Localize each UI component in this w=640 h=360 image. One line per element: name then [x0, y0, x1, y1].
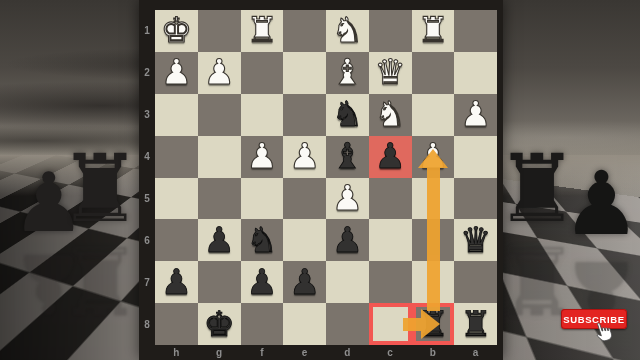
- rank-label-3: 3: [141, 94, 153, 136]
- rank-label-5: 5: [141, 178, 153, 220]
- rank-label-4: 4: [141, 136, 153, 178]
- background-rook-left-reflection: ♜: [58, 232, 142, 326]
- rank-label-6: 6: [141, 219, 153, 261]
- white-pawn-a3: ♟: [454, 94, 497, 136]
- square-h3: [155, 94, 198, 136]
- rank-label-8: 8: [141, 303, 153, 345]
- square-g3: [198, 94, 241, 136]
- rank-label-2: 2: [141, 52, 153, 94]
- background-rook-left-icon: ♜: [58, 142, 142, 236]
- square-e3: [283, 94, 326, 136]
- square-c6: [369, 219, 412, 261]
- square-a7: [454, 261, 497, 303]
- rank-label-1: 1: [141, 10, 153, 52]
- black-pawn-e7: ♟: [283, 261, 326, 303]
- white-knight-c3: ♞: [369, 94, 412, 136]
- white-rook-f1: ♜: [241, 10, 284, 52]
- square-h6: [155, 219, 198, 261]
- square-b3: [412, 94, 455, 136]
- black-rook-a8: ♜: [454, 303, 497, 345]
- file-label-b: b: [412, 345, 455, 359]
- square-f3: [241, 94, 284, 136]
- black-bishop-d4: ♝: [326, 136, 369, 178]
- square-e6: [283, 219, 326, 261]
- square-g7: [198, 261, 241, 303]
- square-e8: [283, 303, 326, 345]
- square-c1: [369, 10, 412, 52]
- white-queen-c2: ♛: [369, 52, 412, 94]
- square-a4: [454, 136, 497, 178]
- white-knight-d1: ♞: [326, 10, 369, 52]
- white-bishop-d2: ♝: [326, 52, 369, 94]
- square-a2: [454, 52, 497, 94]
- black-pawn-h7: ♟: [155, 261, 198, 303]
- white-pawn-g2: ♟: [198, 52, 241, 94]
- square-g5: [198, 178, 241, 220]
- file-label-f: f: [241, 345, 284, 359]
- white-pawn-f4: ♟: [241, 136, 284, 178]
- black-pawn-d6: ♟: [326, 219, 369, 261]
- square-c7: [369, 261, 412, 303]
- square-f2: [241, 52, 284, 94]
- video-frame: ♟ ♜ ♟ ♜ ♜ ♟ ♜ ♟ ♚♜♞♜♟♟♝♛♟♞♞♟♟♝♟♟♟♟♞♟♛♟♟♟…: [0, 0, 640, 360]
- white-king-h1: ♚: [155, 10, 198, 52]
- square-c5: [369, 178, 412, 220]
- chessboard: ♚♜♞♜♟♟♝♛♟♞♞♟♟♝♟♟♟♟♞♟♛♟♟♟♚♜♜: [155, 10, 497, 345]
- square-g1: [198, 10, 241, 52]
- file-label-e: e: [283, 345, 326, 359]
- square-h8: [155, 303, 198, 345]
- black-knight-d3: ♞: [326, 94, 369, 136]
- white-pawn-d5: ♟: [326, 178, 369, 220]
- square-d8: [326, 303, 369, 345]
- square-d7: [326, 261, 369, 303]
- white-pawn-h2: ♟: [155, 52, 198, 94]
- file-label-c: c: [369, 345, 412, 359]
- square-e1: [283, 10, 326, 52]
- file-label-h: h: [155, 345, 198, 359]
- file-label-g: g: [198, 345, 241, 359]
- square-f8: [241, 303, 284, 345]
- square-a5: [454, 178, 497, 220]
- arrow-shaft: [426, 167, 439, 312]
- square-h5: [155, 178, 198, 220]
- chessboard-frame: ♚♜♞♜♟♟♝♛♟♞♞♟♟♝♟♟♟♟♞♟♛♟♟♟♚♜♜ 12345678hgfe…: [139, 0, 503, 360]
- black-knight-f6: ♞: [241, 219, 284, 261]
- square-f5: [241, 178, 284, 220]
- square-e2: [283, 52, 326, 94]
- square-b2: [412, 52, 455, 94]
- black-pawn-g6: ♟: [198, 219, 241, 261]
- rank-label-7: 7: [141, 261, 153, 303]
- black-pawn-c4: ♟: [369, 136, 412, 178]
- black-king-g8: ♚: [198, 303, 241, 345]
- square-e5: [283, 178, 326, 220]
- black-pawn-f7: ♟: [241, 261, 284, 303]
- arrow-head: [418, 150, 448, 169]
- file-label-d: d: [326, 345, 369, 359]
- white-rook-b1: ♜: [412, 10, 455, 52]
- white-pawn-e4: ♟: [283, 136, 326, 178]
- black-queen-a6: ♛: [454, 219, 497, 261]
- file-label-a: a: [454, 345, 497, 359]
- arrow-head: [421, 309, 440, 339]
- square-g4: [198, 136, 241, 178]
- square-h4: [155, 136, 198, 178]
- square-a1: [454, 10, 497, 52]
